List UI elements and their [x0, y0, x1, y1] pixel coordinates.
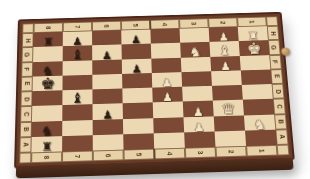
square-a4[interactable] — [154, 132, 185, 148]
coord-file-a-left: A — [19, 137, 31, 153]
coord-label: 8 — [43, 155, 50, 159]
black-rook-a8[interactable]: ♜ — [31, 140, 62, 153]
coord-label: F — [272, 60, 279, 64]
square-g7[interactable]: ♝ — [63, 46, 93, 61]
square-e6[interactable] — [92, 74, 122, 90]
square-c7[interactable] — [62, 104, 92, 120]
square-g4[interactable] — [151, 43, 181, 58]
coord-file-b-left: B — [20, 121, 32, 137]
coord-rank-5-bottom: 5 — [124, 149, 155, 161]
square-d1[interactable] — [242, 84, 273, 100]
board-frame: 87654321H♜♟♟♟♜HG♝♟♞♝♚GF♞♟♟FE♚♟ED♝♟DC♟♟♛C… — [14, 12, 295, 169]
square-c3[interactable]: ♟ — [183, 101, 214, 117]
square-e5[interactable] — [122, 73, 152, 89]
coord-rank-6-bottom: 6 — [93, 150, 124, 162]
square-e8[interactable]: ♚ — [33, 75, 63, 91]
square-c5[interactable] — [123, 103, 154, 119]
square-f4[interactable] — [151, 57, 181, 72]
coord-label: F — [24, 67, 31, 71]
coord-label: 6 — [105, 154, 112, 158]
frame-corner — [22, 23, 34, 33]
square-h6[interactable] — [92, 30, 121, 45]
square-a7[interactable] — [62, 135, 93, 152]
square-e2[interactable] — [211, 70, 242, 86]
coord-label: E — [273, 74, 280, 78]
coord-label: 2 — [228, 150, 235, 154]
coord-label: 3 — [190, 22, 197, 25]
square-h3[interactable] — [180, 28, 210, 43]
square-b2[interactable] — [214, 115, 245, 131]
square-f3[interactable] — [181, 56, 211, 71]
coord-file-c-left: C — [20, 106, 32, 122]
square-a1[interactable] — [245, 129, 277, 145]
square-d8[interactable] — [32, 90, 62, 106]
coord-label: H — [270, 31, 277, 35]
coord-label: 1 — [249, 20, 256, 23]
square-a6[interactable] — [93, 134, 124, 151]
square-c6[interactable]: ♟ — [93, 103, 123, 119]
square-h5[interactable]: ♟ — [121, 30, 151, 45]
square-e4[interactable]: ♟ — [152, 72, 182, 88]
coord-label: 2 — [220, 21, 227, 24]
coord-file-a-right: A — [275, 129, 288, 145]
coord-label: G — [24, 52, 31, 57]
square-g6[interactable]: ♟ — [92, 45, 122, 60]
coord-label: B — [22, 127, 29, 132]
coord-label: A — [278, 135, 285, 140]
coord-label: 8 — [45, 26, 52, 29]
coord-label: 5 — [132, 24, 139, 27]
square-g8[interactable] — [33, 46, 63, 61]
square-d4[interactable]: ♟ — [152, 87, 183, 103]
coord-rank-1-bottom: 1 — [246, 145, 277, 157]
square-f1[interactable] — [240, 55, 271, 70]
square-g5[interactable] — [122, 44, 152, 59]
coord-rank-7-bottom: 7 — [62, 151, 93, 163]
coord-label: 7 — [74, 25, 81, 28]
folding-chess-board: 87654321H♜♟♟♟♜HG♝♟♞♝♚GF♞♟♟FE♚♟ED♝♟DC♟♟♛C… — [14, 12, 296, 178]
coord-label: 5 — [135, 153, 142, 157]
square-h2[interactable]: ♟ — [209, 27, 239, 42]
square-c1[interactable] — [243, 99, 274, 115]
square-g2[interactable]: ♝ — [209, 41, 239, 56]
coord-label: C — [23, 112, 30, 117]
square-b4[interactable] — [153, 117, 184, 133]
square-d2[interactable] — [212, 85, 243, 101]
square-h4[interactable] — [150, 29, 180, 44]
coord-rank-2-bottom: 2 — [215, 146, 246, 158]
coord-file-g-right: G — [268, 40, 281, 55]
coord-label: A — [22, 142, 29, 147]
square-f6[interactable] — [92, 59, 122, 74]
square-f7[interactable] — [63, 60, 93, 76]
coord-file-e-left: E — [21, 76, 33, 91]
coord-label: E — [23, 82, 30, 86]
coord-label: D — [274, 89, 281, 94]
square-h8[interactable]: ♜ — [33, 32, 62, 47]
square-b3[interactable]: ♟ — [183, 116, 214, 132]
square-e1[interactable] — [241, 69, 272, 85]
coord-file-c-right: C — [273, 99, 286, 114]
square-f2[interactable]: ♟ — [210, 56, 240, 71]
square-b1[interactable]: ♞ — [244, 114, 275, 130]
square-a3[interactable] — [184, 131, 215, 147]
square-e7[interactable] — [62, 75, 92, 91]
coord-file-h-right: H — [267, 26, 279, 41]
coord-label: 3 — [197, 151, 204, 155]
square-d7[interactable]: ♝ — [62, 89, 92, 105]
square-d5[interactable] — [122, 88, 152, 104]
coord-file-d-right: D — [272, 84, 285, 99]
coord-file-e-right: E — [270, 69, 283, 84]
coord-file-b-right: B — [274, 114, 287, 130]
frame-corner — [19, 152, 31, 163]
coord-label: 4 — [166, 152, 173, 156]
coord-label: G — [271, 45, 278, 50]
square-b6[interactable] — [93, 119, 124, 135]
coord-label: 4 — [161, 23, 168, 26]
coord-rank-4-bottom: 4 — [154, 148, 185, 160]
coord-file-f-left: F — [21, 62, 33, 77]
frame-corner — [266, 16, 278, 26]
square-f5[interactable]: ♟ — [122, 58, 152, 73]
coord-label: C — [276, 104, 283, 109]
coord-file-f-right: F — [269, 54, 282, 69]
chess-set-photo: 87654321H♜♟♟♟♜HG♝♟♞♝♚GF♞♟♟FE♚♟ED♝♟DC♟♟♛C… — [0, 0, 310, 179]
square-g1[interactable]: ♚ — [239, 40, 269, 55]
square-d6[interactable] — [92, 88, 122, 104]
coord-label: H — [24, 38, 31, 42]
frame-corner — [277, 145, 290, 156]
coord-label: D — [23, 97, 30, 102]
square-c4[interactable] — [153, 102, 184, 118]
square-b5[interactable] — [123, 118, 154, 134]
coord-label: 1 — [258, 149, 265, 153]
coord-rank-3-bottom: 3 — [185, 147, 216, 159]
square-g3[interactable]: ♞ — [180, 42, 210, 57]
square-a2[interactable] — [215, 130, 246, 146]
square-d3[interactable] — [182, 86, 213, 102]
square-b7[interactable] — [62, 120, 93, 136]
square-c2[interactable]: ♛ — [213, 100, 244, 116]
chess-board-grid: 87654321H♜♟♟♟♜HG♝♟♞♝♚GF♞♟♟FE♚♟ED♝♟DC♟♟♛C… — [19, 16, 289, 163]
latch-knob — [281, 48, 290, 56]
coord-label: 7 — [74, 154, 81, 158]
coord-file-g-left: G — [22, 47, 34, 62]
square-c8[interactable] — [32, 105, 62, 121]
square-a8[interactable]: ♜ — [31, 136, 62, 153]
square-h7[interactable]: ♟ — [63, 31, 92, 46]
square-a5[interactable] — [123, 133, 154, 150]
coord-file-d-left: D — [21, 91, 33, 106]
coord-file-h-left: H — [22, 33, 34, 48]
square-b8[interactable]: ♞ — [32, 120, 63, 136]
coord-label: 6 — [103, 24, 110, 27]
coord-label: B — [277, 119, 284, 124]
square-e3[interactable] — [181, 71, 212, 87]
